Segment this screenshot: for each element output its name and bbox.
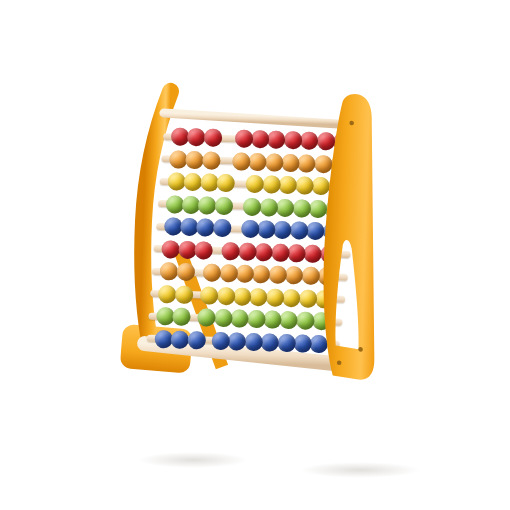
bead-orange-row2-R6[interactable] [314,154,333,173]
bead-green-row9-R8[interactable] [312,312,331,331]
bead-red-row6-R7[interactable] [320,245,339,264]
bead-green-row4-L4[interactable] [215,196,234,215]
bead-blue-row5-R5[interactable] [306,222,325,241]
bead-yellow-row8-R4[interactable] [249,287,268,306]
bead-blue-row10-L2[interactable] [171,330,190,349]
bead-yellow-row8-R7[interactable] [299,289,318,308]
bead-orange-row2-R2[interactable] [248,152,267,171]
bead-green-row4-R4[interactable] [292,199,311,218]
bead-red-row1-R6[interactable] [316,132,335,151]
bead-blue-row5-L3[interactable] [196,218,215,237]
bead-yellow-row8-R5[interactable] [266,288,285,307]
bead-green-row9-R6[interactable] [280,311,299,330]
bead-yellow-row3-R5[interactable] [311,177,330,196]
bead-green-row4-L3[interactable] [198,196,217,215]
bead-yellow-row3-R2[interactable] [262,175,281,194]
bead-green-row9-R7[interactable] [296,311,315,330]
bead-orange-row2-R7[interactable] [330,155,349,174]
bead-rows [119,80,389,398]
bead-green-row9-R4[interactable] [247,310,266,329]
bead-green-row9-R2[interactable] [214,309,233,328]
bead-red-row1-L2[interactable] [187,128,206,147]
bead-red-row6-R1[interactable] [222,242,241,261]
right-foot-shadow [300,462,420,478]
bead-red-row1-R3[interactable] [267,130,286,149]
bead-yellow-row3-L4[interactable] [216,174,235,193]
bead-red-row1-R7[interactable] [333,132,352,151]
bead-blue-row10-R4[interactable] [261,333,280,352]
bead-orange-row7-R8[interactable] [318,267,337,286]
bead-green-row4-R5[interactable] [309,199,328,218]
bead-orange-row2-R3[interactable] [265,153,284,172]
bead-orange-row2-R5[interactable] [297,154,316,173]
bead-red-row6-R2[interactable] [238,242,257,261]
bead-green-row4-R2[interactable] [260,198,279,217]
bead-red-row1-R5[interactable] [300,131,319,150]
bead-yellow-row8-R3[interactable] [233,287,252,306]
bead-orange-row7-L1[interactable] [160,262,179,281]
bead-yellow-row3-R6[interactable] [328,177,347,196]
product-photo-abacus [0,0,510,510]
bead-yellow-row8-L2[interactable] [174,285,193,304]
bead-green-row9-L2[interactable] [173,307,192,326]
bead-red-row6-R5[interactable] [287,244,306,263]
bead-yellow-row3-R3[interactable] [279,176,298,195]
bead-orange-row2-R1[interactable] [232,152,251,171]
bead-red-row6-L3[interactable] [195,241,214,260]
bead-yellow-row3-R4[interactable] [295,176,314,195]
bead-green-row9-R5[interactable] [263,310,282,329]
bead-green-row9-R3[interactable] [230,309,249,328]
bead-orange-row7-R7[interactable] [301,267,320,286]
bead-blue-row10-L3[interactable] [187,330,206,349]
bead-blue-row10-R2[interactable] [228,332,247,351]
bead-green-row4-R6[interactable] [325,200,344,219]
bead-orange-row7-R6[interactable] [285,266,304,285]
bead-orange-row7-R4[interactable] [252,265,271,284]
bead-blue-row10-R3[interactable] [244,332,263,351]
bead-orange-row2-L2[interactable] [185,150,204,169]
bead-red-row1-R2[interactable] [251,130,270,149]
bead-blue-row10-R5[interactable] [277,333,296,352]
bead-red-row6-R3[interactable] [254,243,273,262]
left-foot-shadow [138,452,248,468]
bead-green-row4-R1[interactable] [243,197,262,216]
bead-red-row6-R4[interactable] [271,243,290,262]
bead-red-row6-L1[interactable] [162,240,181,259]
bead-red-row6-R6[interactable] [304,244,323,263]
bead-blue-row10-R6[interactable] [293,334,312,353]
abacus [119,80,389,398]
bead-yellow-row3-L2[interactable] [184,173,203,192]
bead-orange-row7-R1[interactable] [203,263,222,282]
bead-yellow-row8-R6[interactable] [282,288,301,307]
bead-orange-row7-L2[interactable] [176,263,195,282]
bead-blue-row10-R1[interactable] [212,331,231,350]
bead-red-row1-L3[interactable] [204,128,223,147]
bead-blue-row5-R4[interactable] [290,221,309,240]
bead-blue-row5-R3[interactable] [273,221,292,240]
bead-blue-row5-R2[interactable] [257,220,276,239]
bead-red-row1-R1[interactable] [234,129,253,148]
bead-yellow-row8-R1[interactable] [200,286,219,305]
bead-blue-row5-R6[interactable] [323,222,342,241]
bead-orange-row7-R5[interactable] [268,265,287,284]
bead-orange-row7-R2[interactable] [219,264,238,283]
bead-green-row4-R3[interactable] [276,198,295,217]
bead-green-row9-R1[interactable] [198,308,217,327]
bead-yellow-row8-L1[interactable] [158,285,177,304]
bead-orange-row2-L3[interactable] [202,151,221,170]
bead-blue-row5-L4[interactable] [213,219,232,238]
bead-red-row1-R4[interactable] [284,131,303,150]
bead-yellow-row8-R2[interactable] [217,286,236,305]
bead-blue-row10-R7[interactable] [310,334,329,353]
bead-blue-row5-R1[interactable] [241,220,260,239]
bead-yellow-row8-R8[interactable] [315,289,334,308]
bead-yellow-row3-R1[interactable] [246,175,265,194]
bead-orange-row7-R3[interactable] [236,264,255,283]
bead-orange-row2-R4[interactable] [281,153,300,172]
